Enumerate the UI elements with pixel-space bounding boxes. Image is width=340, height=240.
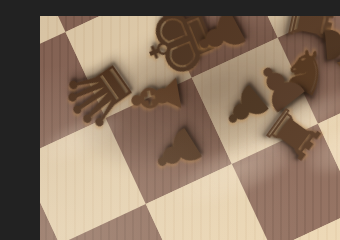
chess-photo-scene: ♚♜♟♟♝♞♟♛♝♟♜♟ Close-up angled photo of da… (40, 16, 340, 240)
toppled-pieces-pile: ♚♜♟♟♝♞♟♛♝♟♜♟ (40, 16, 340, 240)
